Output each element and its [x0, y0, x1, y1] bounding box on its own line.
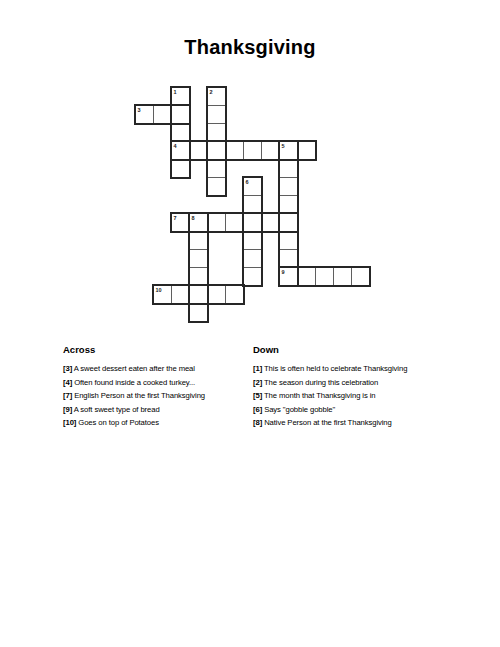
grid-cell-r3c6[interactable]	[243, 141, 262, 160]
grid-cell-r3c4[interactable]	[207, 141, 226, 160]
grid-cell-r4c4[interactable]	[207, 159, 226, 178]
clue-number-label-8: [8]	[253, 418, 262, 427]
cell-number-8: 8	[192, 215, 195, 221]
clue-number-label-5: [5]	[253, 391, 262, 400]
grid-cell-r4c8[interactable]	[279, 159, 298, 178]
grid-cell-r0c4[interactable]: 2	[207, 87, 226, 106]
cell-number-3: 3	[138, 107, 141, 113]
grid-cell-r11c4[interactable]	[207, 285, 226, 304]
grid-cell-r9c6[interactable]	[243, 249, 262, 268]
grid-cell-r3c7[interactable]	[261, 141, 280, 160]
grid-cell-r3c2[interactable]: 4	[171, 141, 190, 160]
cell-number-6: 6	[246, 179, 249, 185]
grid-cell-r3c8[interactable]: 5	[279, 141, 298, 160]
cell-number-1: 1	[174, 89, 177, 95]
clue-10-across: [10] Goes on top of Potatoes	[63, 416, 249, 430]
grid-cell-r11c2[interactable]	[171, 285, 190, 304]
grid-cell-r1c0[interactable]: 3	[135, 105, 154, 124]
grid-cell-r11c3[interactable]	[189, 285, 208, 304]
clue-8-down: [8] Native Person at the first Thanksgiv…	[253, 416, 463, 430]
grid-cell-r7c3[interactable]: 8	[189, 213, 208, 232]
cell-number-10: 10	[156, 287, 162, 293]
grid-cell-r0c2[interactable]: 1	[171, 87, 190, 106]
across-clues-section: Across [3] A sweet dessert eaten after t…	[63, 344, 249, 430]
grid-cell-r7c4[interactable]	[207, 213, 226, 232]
clue-7-across: [7] English Person at the first Thanksgi…	[63, 389, 249, 403]
grid-cell-r5c8[interactable]	[279, 177, 298, 196]
grid-cell-r10c8[interactable]: 9	[279, 267, 298, 286]
cell-number-7: 7	[174, 215, 177, 221]
grid-cell-r4c2[interactable]	[171, 159, 190, 178]
clue-5-down: [5] The month that Thanksgiving is in	[253, 389, 463, 403]
clue-number-label-6: [6]	[253, 405, 262, 414]
across-header: Across	[63, 344, 249, 355]
clue-number-label-10: [10]	[63, 418, 76, 427]
grid-cell-r11c1[interactable]: 10	[153, 285, 172, 304]
clue-4-across: [4] Often found inside a cooked turkey..…	[63, 376, 249, 390]
grid-cell-r3c5[interactable]	[225, 141, 244, 160]
grid-cell-r6c8[interactable]	[279, 195, 298, 214]
grid-cell-r2c2[interactable]	[171, 123, 190, 142]
puzzle-page: Thanksgiving 12345678910 Across [3] A sw…	[0, 0, 500, 647]
grid-cell-r12c3[interactable]	[189, 303, 208, 322]
grid-cell-r7c7[interactable]	[261, 213, 280, 232]
grid-cell-r5c6[interactable]: 6	[243, 177, 262, 196]
clue-number-label-3: [3]	[63, 364, 72, 373]
clue-number-label-1: [1]	[253, 364, 262, 373]
clue-3-across: [3] A sweet dessert eaten after the meal	[63, 362, 249, 376]
grid-cell-r7c5[interactable]	[225, 213, 244, 232]
down-header: Down	[253, 344, 463, 355]
grid-cell-r7c6[interactable]	[243, 213, 262, 232]
grid-cell-r9c8[interactable]	[279, 249, 298, 268]
grid-cell-r11c5[interactable]	[225, 285, 244, 304]
clue-6-down: [6] Says "gobble gobble"	[253, 403, 463, 417]
grid-cell-r6c6[interactable]	[243, 195, 262, 214]
clue-list-across: [3] A sweet dessert eaten after the meal…	[63, 362, 249, 430]
grid-cell-r7c2[interactable]: 7	[171, 213, 190, 232]
clue-2-down: [2] The season during this celebration	[253, 376, 463, 390]
down-clues-section: Down [1] This is often held to celebrate…	[253, 344, 463, 430]
grid-cell-r10c3[interactable]	[189, 267, 208, 286]
clue-number-label-4: [4]	[63, 378, 72, 387]
clue-1-down: [1] This is often held to celebrate Than…	[253, 362, 463, 376]
grid-cell-r8c3[interactable]	[189, 231, 208, 250]
cell-number-2: 2	[210, 89, 213, 95]
grid-cell-r3c9[interactable]	[297, 141, 316, 160]
grid-cell-r10c12[interactable]	[351, 267, 370, 286]
grid-cell-r7c8[interactable]	[279, 213, 298, 232]
puzzle-title: Thanksgiving	[0, 36, 500, 59]
grid-cell-r1c2[interactable]	[171, 105, 190, 124]
clue-list-down: [1] This is often held to celebrate Than…	[253, 362, 463, 430]
cell-number-4: 4	[174, 143, 177, 149]
grid-cell-r10c10[interactable]	[315, 267, 334, 286]
grid-cell-r10c9[interactable]	[297, 267, 316, 286]
grid-cell-r1c1[interactable]	[153, 105, 172, 124]
grid-cell-r10c6[interactable]	[243, 267, 262, 286]
clue-number-label-9: [9]	[63, 405, 72, 414]
clue-9-across: [9] A soft sweet type of bread	[63, 403, 249, 417]
crossword-grid: 12345678910	[135, 87, 370, 322]
grid-cell-r3c3[interactable]	[189, 141, 208, 160]
grid-cell-r5c4[interactable]	[207, 177, 226, 196]
clue-number-label-2: [2]	[253, 378, 262, 387]
grid-cell-r8c6[interactable]	[243, 231, 262, 250]
clue-number-label-7: [7]	[63, 391, 72, 400]
grid-cell-r9c3[interactable]	[189, 249, 208, 268]
grid-cell-r1c4[interactable]	[207, 105, 226, 124]
grid-cell-r8c8[interactable]	[279, 231, 298, 250]
grid-cell-r2c4[interactable]	[207, 123, 226, 142]
cell-number-5: 5	[282, 143, 285, 149]
cell-number-9: 9	[282, 269, 285, 275]
grid-cell-r10c11[interactable]	[333, 267, 352, 286]
